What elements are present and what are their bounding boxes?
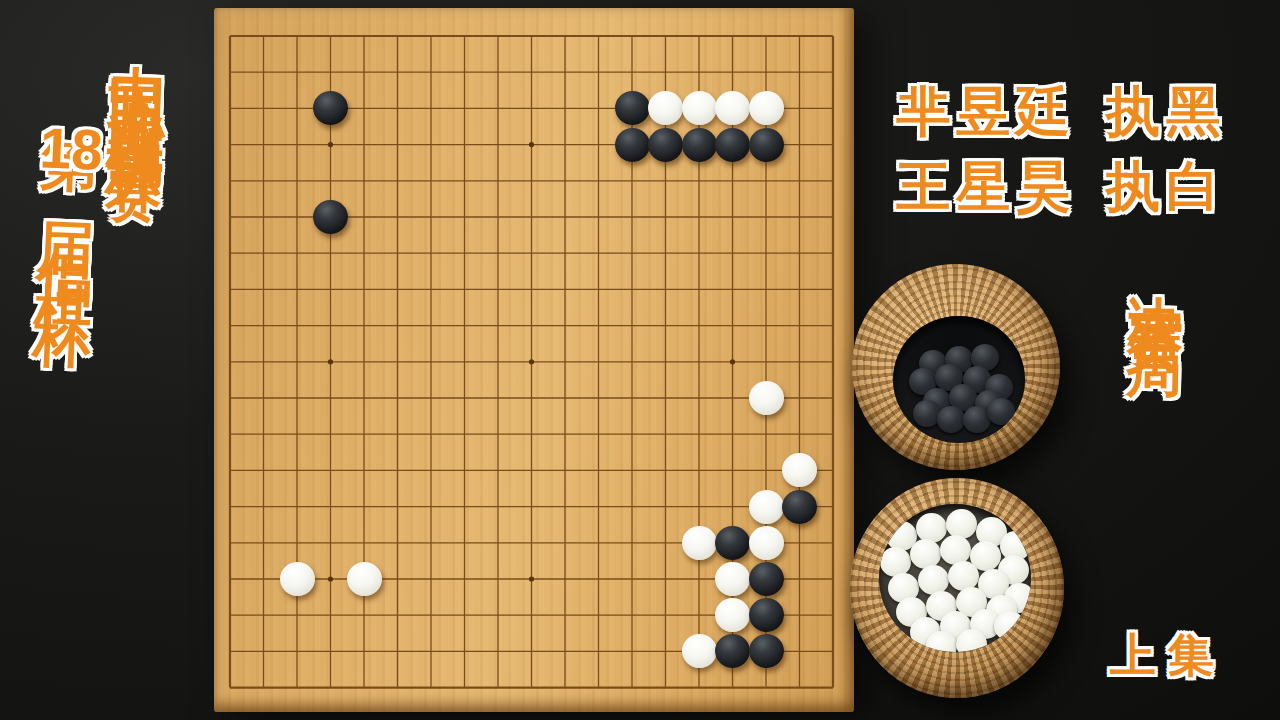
edition-prefix: 第 bbox=[40, 89, 105, 122]
black-bowl-opening bbox=[893, 316, 1025, 443]
black-player-role: 执黑 bbox=[1106, 84, 1226, 138]
go-stone-black bbox=[715, 634, 750, 668]
go-stone-white bbox=[682, 526, 717, 560]
go-stone-black bbox=[682, 128, 717, 162]
go-stone-white bbox=[715, 91, 750, 125]
event-title-vertical: 中国职业围棋锦标赛 bbox=[108, 19, 169, 129]
go-board bbox=[214, 8, 854, 712]
go-stone-white bbox=[682, 91, 717, 125]
white-player-role: 执白 bbox=[1106, 159, 1226, 213]
go-stone-white bbox=[749, 526, 784, 560]
video-frame: 中国职业围棋锦标赛 第18届倡棋杯 芈昱廷 执黑 王星昊 执白 决赛第一局 上集 bbox=[0, 0, 1280, 720]
white-bowl-opening bbox=[879, 504, 1031, 652]
black-stone-bowl bbox=[852, 264, 1060, 470]
go-stone-black bbox=[749, 634, 784, 668]
bowl-stone-white bbox=[940, 535, 971, 565]
go-stone-white bbox=[749, 91, 784, 125]
go-stone-white bbox=[715, 562, 750, 596]
bowl-stone-white bbox=[918, 565, 949, 595]
black-player-name: 芈昱廷 bbox=[896, 84, 1076, 138]
bowl-stone-black bbox=[937, 406, 965, 433]
white-player-name: 王星昊 bbox=[896, 159, 1076, 213]
bowl-stone-white bbox=[948, 561, 979, 591]
white-stone-bowl bbox=[850, 478, 1064, 698]
edition-number: 18 bbox=[38, 119, 104, 179]
event-edition-vertical: 第18届倡棋杯 bbox=[36, 89, 102, 298]
player-captions: 芈昱廷 执黑 王星昊 执白 bbox=[896, 84, 1226, 213]
go-stone-white bbox=[682, 634, 717, 668]
go-stone-black bbox=[782, 490, 817, 524]
edition-suffix: 届倡棋杯 bbox=[33, 176, 102, 299]
black-player-line: 芈昱廷 执黑 bbox=[896, 84, 1226, 138]
go-stone-black bbox=[749, 128, 784, 162]
bowl-stone-white bbox=[910, 539, 941, 569]
stones-layer bbox=[214, 8, 854, 712]
go-stone-white bbox=[648, 91, 683, 125]
go-stone-black bbox=[313, 91, 348, 125]
bowl-stone-white bbox=[916, 513, 947, 543]
go-stone-white bbox=[749, 490, 784, 524]
bowl-stone-white bbox=[880, 547, 911, 577]
go-stone-black bbox=[615, 128, 650, 162]
go-stone-black bbox=[313, 200, 348, 234]
final-game-label-vertical: 决赛第一局 bbox=[1127, 250, 1184, 316]
go-stone-white bbox=[749, 381, 784, 415]
go-stone-black bbox=[615, 91, 650, 125]
go-stone-white bbox=[280, 562, 315, 596]
white-player-line: 王星昊 执白 bbox=[896, 159, 1226, 213]
go-stone-black bbox=[715, 526, 750, 560]
go-stone-black bbox=[749, 598, 784, 632]
go-stone-black bbox=[749, 562, 784, 596]
go-stone-black bbox=[715, 128, 750, 162]
go-stone-white bbox=[347, 562, 382, 596]
bowl-stone-white bbox=[946, 509, 977, 539]
go-stone-white bbox=[782, 453, 817, 487]
episode-label: 上集 bbox=[1110, 632, 1226, 678]
go-stone-black bbox=[648, 128, 683, 162]
go-stone-white bbox=[715, 598, 750, 632]
